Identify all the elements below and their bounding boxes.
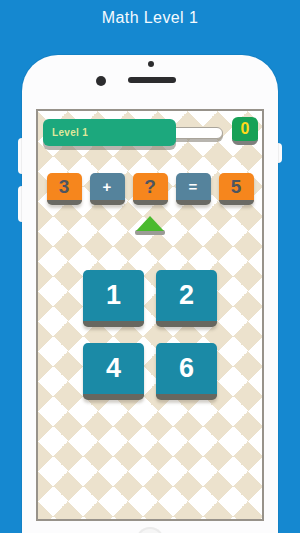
answer-tile-4[interactable]: 4 [83,343,144,400]
equation-result-tile: 5 [219,173,254,205]
level-label: Level 1 [43,119,176,146]
equation-unknown-tile: ? [133,173,168,205]
answer-tile-2[interactable]: 2 [156,270,217,327]
answer-tile-1[interactable]: 1 [83,270,144,327]
app-store-screenshot: Math Level 1 Level 1 0 3 + ? = 5 [0,0,300,533]
front-camera-icon [96,76,106,86]
equation-operand-tile: 3 [47,173,82,205]
triangle-up-icon [136,216,164,231]
progress-fill: Level 1 [43,119,176,146]
game-screen: Level 1 0 3 + ? = 5 1 2 4 6 [36,109,264,521]
equation-row: 3 + ? = 5 [38,173,262,205]
score-badge: 0 [232,117,258,145]
home-button [136,527,164,533]
answer-tile-6[interactable]: 6 [156,343,217,400]
earpiece-speaker-icon [128,77,176,83]
page-title: Math Level 1 [0,9,300,27]
sensor-dot-icon [148,61,154,67]
equation-equals-tile: = [176,173,211,205]
answer-grid: 1 2 4 6 [83,270,217,400]
equation-operator-tile: + [90,173,125,205]
level-progress-bar: Level 1 [43,119,223,146]
